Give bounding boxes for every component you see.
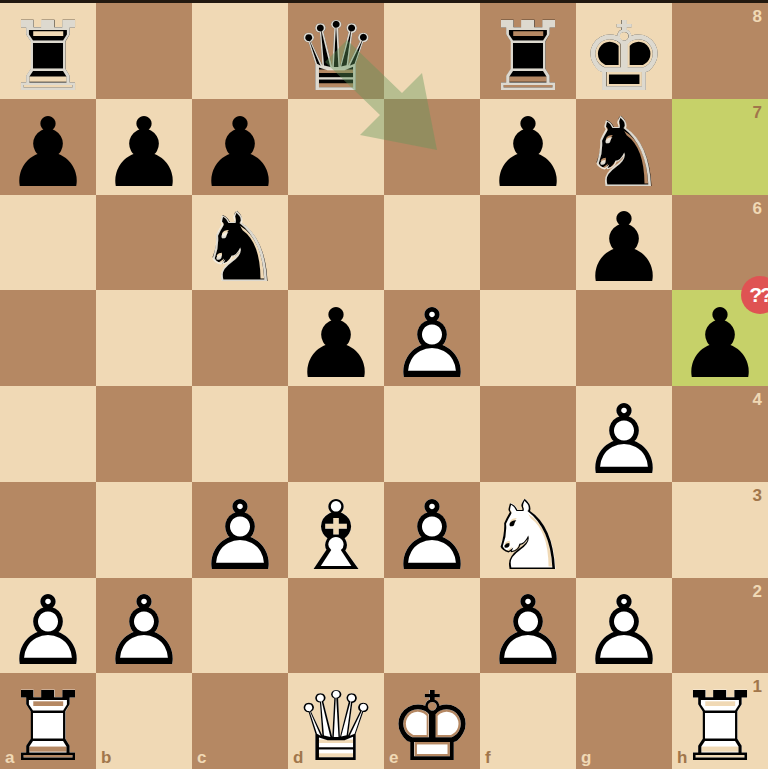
piece-black-rook-f8[interactable]: ♜♖ bbox=[480, 3, 576, 99]
piece-fill-glyph: ♜ bbox=[672, 679, 768, 769]
piece-outline-glyph: ♔ bbox=[384, 679, 480, 769]
square-b7[interactable]: ♟ bbox=[96, 99, 192, 195]
square-g8[interactable]: ♚♔ bbox=[576, 3, 672, 99]
piece-white-pawn-e3[interactable]: ♟♙ bbox=[384, 482, 480, 578]
square-g5[interactable] bbox=[576, 290, 672, 386]
piece-black-knight-c6[interactable]: ♞♘ bbox=[192, 195, 288, 291]
square-d4[interactable] bbox=[288, 386, 384, 482]
piece-white-rook-a1[interactable]: ♜♖ bbox=[0, 673, 96, 769]
square-c1[interactable] bbox=[192, 673, 288, 769]
piece-outline-glyph: ♖ bbox=[0, 679, 96, 769]
square-f1[interactable] bbox=[480, 673, 576, 769]
square-g7[interactable]: ♞♘ bbox=[576, 99, 672, 195]
piece-fill-glyph: ♜ bbox=[0, 679, 96, 769]
piece-outline-glyph: ♙ bbox=[96, 584, 192, 680]
piece-fill-glyph: ♟ bbox=[192, 488, 288, 584]
piece-black-knight-g7[interactable]: ♞♘ bbox=[576, 99, 672, 195]
square-a5[interactable] bbox=[0, 290, 96, 386]
square-h3[interactable] bbox=[672, 482, 768, 578]
piece-white-queen-d1[interactable]: ♛♕ bbox=[288, 673, 384, 769]
piece-fill-glyph: ♚ bbox=[384, 679, 480, 769]
piece-fill-glyph: ♟ bbox=[480, 105, 576, 201]
square-f4[interactable] bbox=[480, 386, 576, 482]
piece-white-bishop-d3[interactable]: ♝♗ bbox=[288, 482, 384, 578]
square-c4[interactable] bbox=[192, 386, 288, 482]
piece-fill-glyph: ♟ bbox=[576, 392, 672, 488]
square-f5[interactable] bbox=[480, 290, 576, 386]
square-a7[interactable]: ♟ bbox=[0, 99, 96, 195]
piece-black-rook-a8[interactable]: ♜♖ bbox=[0, 3, 96, 99]
piece-outline-glyph: ♗ bbox=[288, 488, 384, 584]
piece-black-pawn-g6[interactable]: ♟ bbox=[576, 195, 672, 291]
piece-white-pawn-g2[interactable]: ♟♙ bbox=[576, 578, 672, 674]
piece-fill-glyph: ♜ bbox=[480, 9, 576, 105]
square-g2[interactable]: ♟♙ bbox=[576, 578, 672, 674]
piece-black-pawn-f7[interactable]: ♟ bbox=[480, 99, 576, 195]
piece-black-queen-d8[interactable]: ♛♕ bbox=[288, 3, 384, 99]
square-c8[interactable] bbox=[192, 3, 288, 99]
piece-fill-glyph: ♟ bbox=[576, 584, 672, 680]
square-e4[interactable] bbox=[384, 386, 480, 482]
piece-white-pawn-e5[interactable]: ♟♙ bbox=[384, 290, 480, 386]
square-f8[interactable]: ♜♖ bbox=[480, 3, 576, 99]
square-c3[interactable]: ♟♙ bbox=[192, 482, 288, 578]
square-a4[interactable] bbox=[0, 386, 96, 482]
square-d1[interactable]: ♛♕ bbox=[288, 673, 384, 769]
piece-fill-glyph: ♟ bbox=[384, 296, 480, 392]
square-e1[interactable]: ♚♔ bbox=[384, 673, 480, 769]
square-e8[interactable] bbox=[384, 3, 480, 99]
piece-fill-glyph: ♟ bbox=[384, 488, 480, 584]
square-d2[interactable] bbox=[288, 578, 384, 674]
piece-white-pawn-g4[interactable]: ♟♙ bbox=[576, 386, 672, 482]
piece-outline-glyph: ♙ bbox=[576, 392, 672, 488]
piece-black-pawn-d5[interactable]: ♟ bbox=[288, 290, 384, 386]
square-g4[interactable]: ♟♙ bbox=[576, 386, 672, 482]
square-e6[interactable] bbox=[384, 195, 480, 291]
piece-fill-glyph: ♟ bbox=[0, 105, 96, 201]
square-b8[interactable] bbox=[96, 3, 192, 99]
square-b5[interactable] bbox=[96, 290, 192, 386]
piece-outline-glyph: ♕ bbox=[288, 679, 384, 769]
square-f7[interactable]: ♟ bbox=[480, 99, 576, 195]
piece-outline-glyph: ♖ bbox=[0, 9, 96, 105]
window-top-edge bbox=[0, 0, 768, 3]
square-f3[interactable]: ♞♘ bbox=[480, 482, 576, 578]
piece-fill-glyph: ♞ bbox=[480, 488, 576, 584]
square-c7[interactable]: ♟ bbox=[192, 99, 288, 195]
square-h2[interactable] bbox=[672, 578, 768, 674]
square-h4[interactable] bbox=[672, 386, 768, 482]
square-d3[interactable]: ♝♗ bbox=[288, 482, 384, 578]
piece-outline-glyph: ♙ bbox=[576, 584, 672, 680]
piece-white-pawn-f2[interactable]: ♟♙ bbox=[480, 578, 576, 674]
piece-outline-glyph: ♙ bbox=[384, 296, 480, 392]
piece-outline-glyph: ♙ bbox=[480, 584, 576, 680]
square-e3[interactable]: ♟♙ bbox=[384, 482, 480, 578]
piece-outline-glyph: ♘ bbox=[576, 105, 672, 201]
piece-fill-glyph: ♟ bbox=[288, 296, 384, 392]
square-h8[interactable] bbox=[672, 3, 768, 99]
piece-fill-glyph: ♟ bbox=[192, 105, 288, 201]
piece-fill-glyph: ♚ bbox=[576, 9, 672, 105]
square-f2[interactable]: ♟♙ bbox=[480, 578, 576, 674]
piece-fill-glyph: ♞ bbox=[576, 105, 672, 201]
annotation-text: ?? bbox=[749, 283, 768, 307]
piece-white-pawn-b2[interactable]: ♟♙ bbox=[96, 578, 192, 674]
square-c2[interactable] bbox=[192, 578, 288, 674]
piece-outline-glyph: ♖ bbox=[672, 679, 768, 769]
piece-outline-glyph: ♖ bbox=[480, 9, 576, 105]
piece-fill-glyph: ♟ bbox=[480, 584, 576, 680]
square-a2[interactable]: ♟♙ bbox=[0, 578, 96, 674]
square-c6[interactable]: ♞♘ bbox=[192, 195, 288, 291]
square-e5[interactable]: ♟♙ bbox=[384, 290, 480, 386]
square-g1[interactable] bbox=[576, 673, 672, 769]
piece-fill-glyph: ♟ bbox=[576, 201, 672, 297]
piece-white-rook-h1[interactable]: ♜♖ bbox=[672, 673, 768, 769]
piece-black-pawn-b7[interactable]: ♟ bbox=[96, 99, 192, 195]
piece-outline-glyph: ♘ bbox=[480, 488, 576, 584]
square-a3[interactable] bbox=[0, 482, 96, 578]
square-h1[interactable]: ♜♖ bbox=[672, 673, 768, 769]
square-a6[interactable] bbox=[0, 195, 96, 291]
square-d7[interactable] bbox=[288, 99, 384, 195]
piece-fill-glyph: ♟ bbox=[96, 105, 192, 201]
square-d5[interactable]: ♟ bbox=[288, 290, 384, 386]
square-h7[interactable] bbox=[672, 99, 768, 195]
square-g6[interactable]: ♟ bbox=[576, 195, 672, 291]
square-d6[interactable] bbox=[288, 195, 384, 291]
piece-white-pawn-c3[interactable]: ♟♙ bbox=[192, 482, 288, 578]
square-b3[interactable] bbox=[96, 482, 192, 578]
piece-outline-glyph: ♙ bbox=[192, 488, 288, 584]
piece-white-pawn-a2[interactable]: ♟♙ bbox=[0, 578, 96, 674]
square-e7[interactable] bbox=[384, 99, 480, 195]
piece-white-king-e1[interactable]: ♚♔ bbox=[384, 673, 480, 769]
piece-fill-glyph: ♟ bbox=[96, 584, 192, 680]
piece-outline-glyph: ♙ bbox=[0, 584, 96, 680]
square-g3[interactable] bbox=[576, 482, 672, 578]
piece-fill-glyph: ♜ bbox=[0, 9, 96, 105]
piece-black-pawn-c7[interactable]: ♟ bbox=[192, 99, 288, 195]
square-b1[interactable] bbox=[96, 673, 192, 769]
square-c5[interactable] bbox=[192, 290, 288, 386]
piece-black-pawn-a7[interactable]: ♟ bbox=[0, 99, 96, 195]
piece-fill-glyph: ♛ bbox=[288, 9, 384, 105]
piece-fill-glyph: ♛ bbox=[288, 679, 384, 769]
piece-fill-glyph: ♟ bbox=[0, 584, 96, 680]
piece-outline-glyph: ♕ bbox=[288, 9, 384, 105]
piece-white-knight-f3[interactable]: ♞♘ bbox=[480, 482, 576, 578]
square-a1[interactable]: ♜♖ bbox=[0, 673, 96, 769]
square-d8[interactable]: ♛♕ bbox=[288, 3, 384, 99]
piece-outline-glyph: ♙ bbox=[384, 488, 480, 584]
square-b2[interactable]: ♟♙ bbox=[96, 578, 192, 674]
chess-board: ♜♖♛♕♜♖♚♔♟♟♟♟♞♘♞♘♟♟♟♙♟♟♙♟♙♝♗♟♙♞♘♟♙♟♙♟♙♟♙♜… bbox=[0, 3, 768, 769]
piece-fill-glyph: ♝ bbox=[288, 488, 384, 584]
square-e2[interactable] bbox=[384, 578, 480, 674]
piece-outline-glyph: ♔ bbox=[576, 9, 672, 105]
square-f6[interactable] bbox=[480, 195, 576, 291]
square-a8[interactable]: ♜♖ bbox=[0, 3, 96, 99]
square-b4[interactable] bbox=[96, 386, 192, 482]
piece-outline-glyph: ♘ bbox=[192, 201, 288, 297]
piece-black-king-g8[interactable]: ♚♔ bbox=[576, 3, 672, 99]
square-b6[interactable] bbox=[96, 195, 192, 291]
piece-fill-glyph: ♞ bbox=[192, 201, 288, 297]
